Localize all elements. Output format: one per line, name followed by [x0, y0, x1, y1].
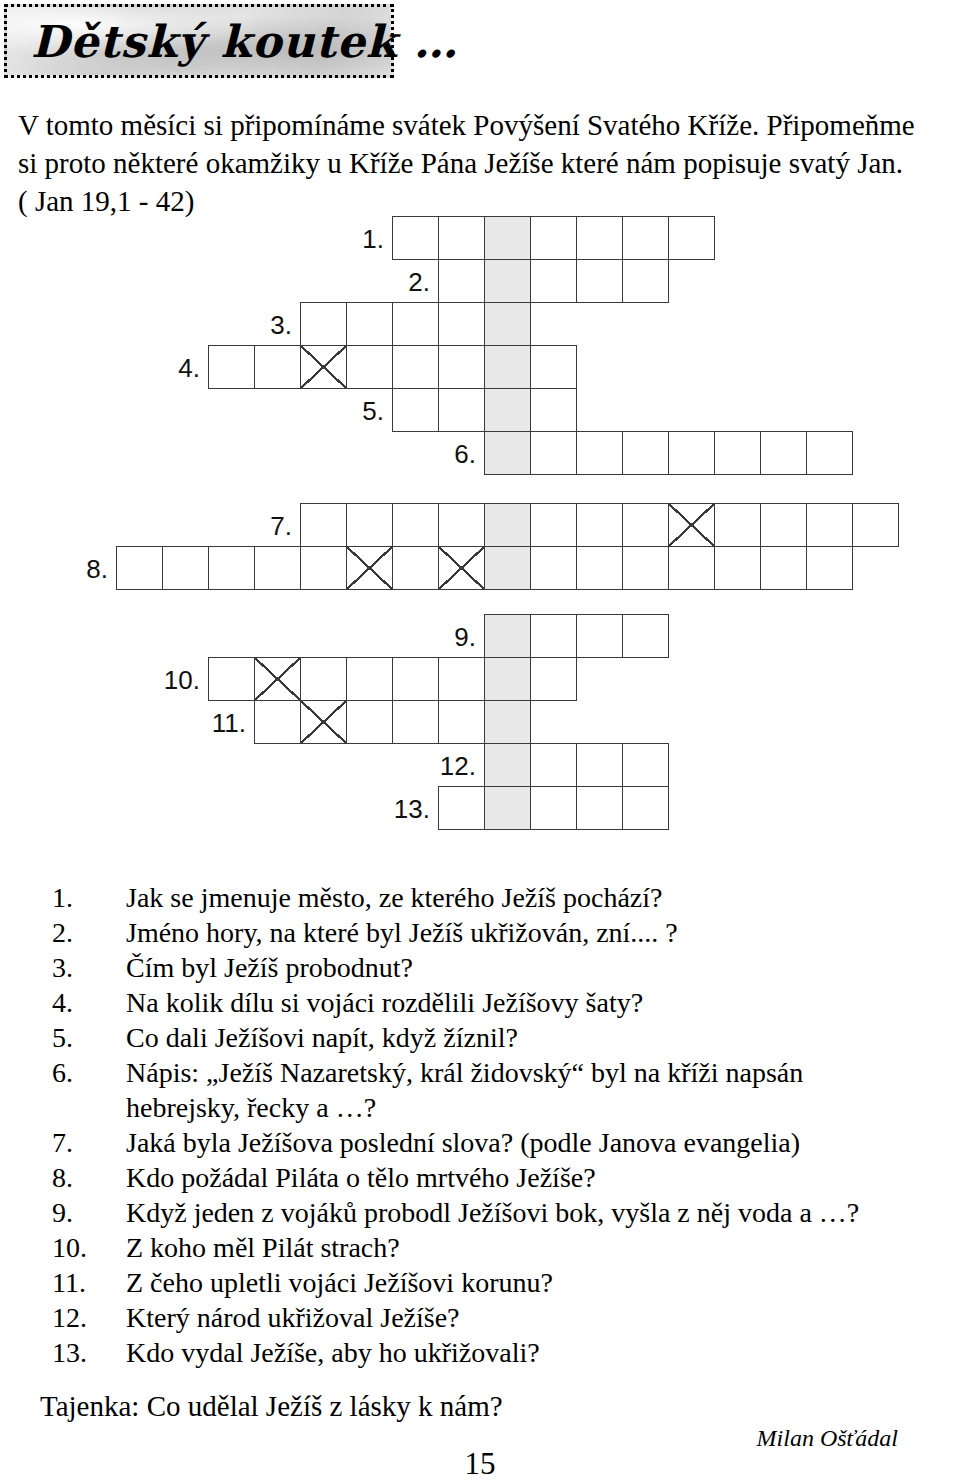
cell-r6c2[interactable]	[576, 431, 623, 475]
cell-r7c9[interactable]	[714, 503, 761, 547]
row-label-12: 12.	[422, 743, 476, 787]
row-label-9: 9.	[422, 614, 476, 658]
page: Dětský koutek … V tomto měsíci si připom…	[0, 0, 960, 1484]
row-label-7: 7.	[238, 503, 292, 547]
cell-r5c3[interactable]	[530, 388, 577, 432]
blocked-cell-r11c1	[300, 700, 347, 744]
cell-r12c3[interactable]	[622, 743, 669, 787]
tajenka-cell-r8[interactable]	[484, 546, 531, 590]
cell-r11c0[interactable]	[254, 700, 301, 744]
cell-r4c1[interactable]	[254, 345, 301, 389]
clue-text: Čím byl Ježíš probodnut?	[126, 952, 413, 983]
clue-number: 6.	[52, 1055, 73, 1090]
cell-r6c4[interactable]	[668, 431, 715, 475]
cell-r1c3[interactable]	[530, 216, 577, 260]
cell-r1c6[interactable]	[668, 216, 715, 260]
blocked-cell-r8c7	[438, 546, 485, 590]
cell-r8c10[interactable]	[576, 546, 623, 590]
cell-r1c4[interactable]	[576, 216, 623, 260]
clue-7: 7.Jaká byla Ježíšova poslední slova? (po…	[52, 1125, 898, 1160]
cell-r12c2[interactable]	[576, 743, 623, 787]
row-label-11: 11.	[192, 700, 246, 744]
clue-number: 5.	[52, 1020, 73, 1055]
clue-text: Co dali Ježíšovi napít, když žíznil?	[126, 1022, 518, 1053]
clue-number: 10.	[52, 1230, 87, 1265]
row-label-13: 13.	[376, 786, 430, 830]
cell-r13c2[interactable]	[530, 786, 577, 830]
clue-text: Kdo požádal Piláta o tělo mrtvého Ježíše…	[126, 1162, 596, 1193]
cell-r3c3[interactable]	[438, 302, 485, 346]
row-label-2: 2.	[376, 259, 430, 303]
clue-10: 10.Z koho měl Pilát strach?	[52, 1230, 898, 1265]
tajenka-cell-r2[interactable]	[484, 259, 531, 303]
cell-r7c3[interactable]	[438, 503, 485, 547]
cell-r9c1[interactable]	[530, 614, 577, 658]
cell-r2c4[interactable]	[622, 259, 669, 303]
cell-r8c0[interactable]	[116, 546, 163, 590]
clue-1: 1.Jak se jmenuje město, ze kterého Ježíš…	[52, 880, 898, 915]
cell-r1c1[interactable]	[438, 216, 485, 260]
cell-r11c3[interactable]	[392, 700, 439, 744]
cell-r5c0[interactable]	[392, 388, 439, 432]
cell-r4c7[interactable]	[530, 345, 577, 389]
clue-list: 1.Jak se jmenuje město, ze kterého Ježíš…	[52, 880, 898, 1370]
clue-number: 8.	[52, 1160, 73, 1195]
clue-4: 4.Na kolik dílu si vojáci rozdělili Ježí…	[52, 985, 898, 1020]
clue-number: 7.	[52, 1125, 73, 1160]
clue-number: 4.	[52, 985, 73, 1020]
clue-text: Z koho měl Pilát strach?	[126, 1232, 400, 1263]
cell-r3c2[interactable]	[392, 302, 439, 346]
cell-r8c6[interactable]	[392, 546, 439, 590]
cell-r6c7[interactable]	[806, 431, 853, 475]
cell-r1c5[interactable]	[622, 216, 669, 260]
cell-r4c3[interactable]	[346, 345, 393, 389]
clue-number: 11.	[52, 1265, 86, 1300]
cell-r10c4[interactable]	[392, 657, 439, 701]
cell-r8c4[interactable]	[300, 546, 347, 590]
clue-5: 5.Co dali Ježíšovi napít, když žíznil?	[52, 1020, 898, 1055]
cell-r8c1[interactable]	[162, 546, 209, 590]
cell-r7c11[interactable]	[806, 503, 853, 547]
cell-r6c5[interactable]	[714, 431, 761, 475]
clue-12: 12.Který národ ukřižoval Ježíše?	[52, 1300, 898, 1335]
cell-r7c12[interactable]	[852, 503, 899, 547]
cell-r10c7[interactable]	[530, 657, 577, 701]
cell-r8c2[interactable]	[208, 546, 255, 590]
blocked-cell-r8c5	[346, 546, 393, 590]
cell-r7c2[interactable]	[392, 503, 439, 547]
clue-number: 13.	[52, 1335, 87, 1370]
cell-r12c1[interactable]	[530, 743, 577, 787]
cell-r4c4[interactable]	[392, 345, 439, 389]
cell-r6c3[interactable]	[622, 431, 669, 475]
clue-number: 3.	[52, 950, 73, 985]
row-label-1: 1.	[330, 216, 384, 260]
cell-r4c0[interactable]	[208, 345, 255, 389]
cell-r8c14[interactable]	[760, 546, 807, 590]
cell-r13c3[interactable]	[576, 786, 623, 830]
clue-text: Který národ ukřižoval Ježíše?	[126, 1302, 460, 1333]
row-label-5: 5.	[330, 388, 384, 432]
clue-8: 8.Kdo požádal Piláta o tělo mrtvého Ježí…	[52, 1160, 898, 1195]
tajenka-cell-r5[interactable]	[484, 388, 531, 432]
cell-r8c12[interactable]	[668, 546, 715, 590]
blocked-cell-r10c1	[254, 657, 301, 701]
tajenka-cell-r9[interactable]	[484, 614, 531, 658]
tajenka-question: Tajenka: Co udělal Ježíš z lásky k nám?	[40, 1388, 503, 1424]
page-number: 15	[0, 1446, 960, 1482]
clue-11: 11.Z čeho upletli vojáci Ježíšovi korunu…	[52, 1265, 898, 1300]
clue-text: Když jeden z vojáků probodl Ježíšovi bok…	[126, 1197, 859, 1228]
clue-text-line2: hebrejsky, řecky a …?	[126, 1090, 898, 1125]
tajenka-cell-r7[interactable]	[484, 503, 531, 547]
tajenka-cell-r10[interactable]	[484, 657, 531, 701]
cell-r10c3[interactable]	[346, 657, 393, 701]
cell-r9c2[interactable]	[576, 614, 623, 658]
cell-r3c0[interactable]	[300, 302, 347, 346]
row-label-3: 3.	[238, 302, 292, 346]
clue-2: 2.Jméno hory, na které byl Ježíš ukřižov…	[52, 915, 898, 950]
blocked-cell-r7c8	[668, 503, 715, 547]
clue-text: Jméno hory, na které byl Ježíš ukřižován…	[126, 917, 678, 948]
cell-r10c5[interactable]	[438, 657, 485, 701]
cell-r8c15[interactable]	[806, 546, 853, 590]
clue-number: 2.	[52, 915, 73, 950]
cell-r7c0[interactable]	[300, 503, 347, 547]
crossword-grid: 1.2.3.4.5.6.7.8.9.10.11.12.13.	[0, 0, 960, 860]
cell-r13c0[interactable]	[438, 786, 485, 830]
clue-text: Nápis: „Ježíš Nazaretský, král židovský“…	[126, 1057, 803, 1088]
cell-r7c10[interactable]	[760, 503, 807, 547]
clue-number: 9.	[52, 1195, 73, 1230]
clue-number: 12.	[52, 1300, 87, 1335]
cell-r9c3[interactable]	[622, 614, 669, 658]
cell-r8c13[interactable]	[714, 546, 761, 590]
cell-r11c2[interactable]	[346, 700, 393, 744]
tajenka-cell-r11[interactable]	[484, 700, 531, 744]
cell-r7c7[interactable]	[622, 503, 669, 547]
clue-3: 3.Čím byl Ježíš probodnut?	[52, 950, 898, 985]
tajenka-cell-r1[interactable]	[484, 216, 531, 260]
row-label-10: 10.	[146, 657, 200, 701]
cell-r4c5[interactable]	[438, 345, 485, 389]
clue-number: 1.	[52, 880, 73, 915]
clue-13: 13.Kdo vydal Ježíše, aby ho ukřižovali?	[52, 1335, 898, 1370]
tajenka-cell-r3[interactable]	[484, 302, 531, 346]
cell-r8c9[interactable]	[530, 546, 577, 590]
tajenka-cell-r13[interactable]	[484, 786, 531, 830]
cell-r7c1[interactable]	[346, 503, 393, 547]
cell-r8c3[interactable]	[254, 546, 301, 590]
row-label-4: 4.	[146, 345, 200, 389]
tajenka-cell-r12[interactable]	[484, 743, 531, 787]
cell-r2c0[interactable]	[438, 259, 485, 303]
clue-text: Z čeho upletli vojáci Ježíšovi korunu?	[126, 1267, 553, 1298]
cell-r2c3[interactable]	[576, 259, 623, 303]
cell-r11c4[interactable]	[438, 700, 485, 744]
tajenka-cell-r4[interactable]	[484, 345, 531, 389]
cell-r6c1[interactable]	[530, 431, 577, 475]
tajenka-cell-r6[interactable]	[484, 431, 531, 475]
cell-r8c11[interactable]	[622, 546, 669, 590]
cell-r1c0[interactable]	[392, 216, 439, 260]
row-label-6: 6.	[422, 431, 476, 475]
cell-r5c1[interactable]	[438, 388, 485, 432]
blocked-cell-r4c2	[300, 345, 347, 389]
clue-9: 9.Když jeden z vojáků probodl Ježíšovi b…	[52, 1195, 898, 1230]
clue-6: 6.Nápis: „Ježíš Nazaretský, král židovsk…	[52, 1055, 898, 1125]
cell-r13c4[interactable]	[622, 786, 669, 830]
clue-text: Kdo vydal Ježíše, aby ho ukřižovali?	[126, 1337, 540, 1368]
cell-r10c0[interactable]	[208, 657, 255, 701]
clue-text: Jak se jmenuje město, ze kterého Ježíš p…	[126, 882, 662, 913]
cell-r10c2[interactable]	[300, 657, 347, 701]
clue-text: Na kolik dílu si vojáci rozdělili Ježíšo…	[126, 987, 643, 1018]
cell-r3c1[interactable]	[346, 302, 393, 346]
cell-r7c5[interactable]	[530, 503, 577, 547]
row-label-8: 8.	[54, 546, 108, 590]
cell-r7c6[interactable]	[576, 503, 623, 547]
clue-text: Jaká byla Ježíšova poslední slova? (podl…	[126, 1127, 800, 1158]
cell-r6c6[interactable]	[760, 431, 807, 475]
cell-r2c2[interactable]	[530, 259, 577, 303]
